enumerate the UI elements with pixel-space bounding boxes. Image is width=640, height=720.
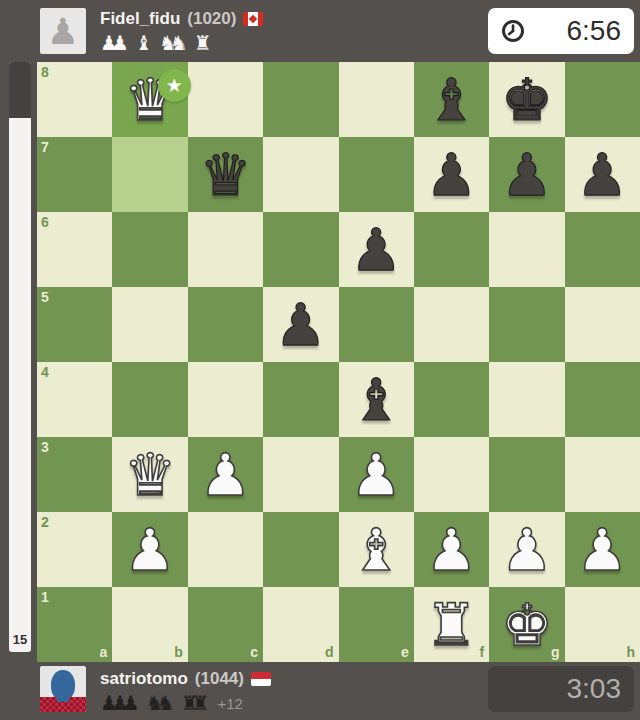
evaluation-score: 15 — [9, 632, 31, 647]
captured-piece-group: ♞♞ — [146, 693, 175, 713]
square-b6[interactable] — [112, 212, 187, 287]
avatar-neck — [57, 692, 69, 702]
square-h6[interactable] — [565, 212, 640, 287]
square-h5[interactable] — [565, 287, 640, 362]
square-b4[interactable] — [112, 362, 187, 437]
captured-piece-group: ♜♜ — [181, 693, 210, 713]
square-g5[interactable] — [489, 287, 564, 362]
file-label-h: h — [626, 645, 635, 659]
piece-black-K-g8[interactable]: ♚ — [489, 62, 564, 137]
square-f7[interactable]: ♟ — [414, 137, 489, 212]
top-player-rating: (1020) — [187, 9, 236, 29]
square-e1[interactable]: e — [339, 587, 414, 662]
best-move-star-badge: ★ — [158, 69, 191, 102]
square-e3[interactable]: ♟ — [339, 437, 414, 512]
pawn-avatar-icon: ♟ — [40, 8, 86, 54]
bottom-player-info[interactable]: satriotomo (1044) ♟♟♟♞♞♜♜+12 — [100, 668, 271, 714]
canada-flag-icon — [243, 12, 263, 26]
top-player-info[interactable]: Fidel_fidu (1020) ♟♟♝♞♞♜ — [100, 8, 263, 54]
evaluation-black-portion — [9, 62, 31, 118]
rank-label-2: 2 — [41, 515, 49, 529]
piece-white-P-b2[interactable]: ♟ — [112, 512, 187, 587]
captured-piece-group: ♜ — [194, 33, 212, 53]
piece-black-P-e6[interactable]: ♟ — [339, 212, 414, 287]
indonesia-flag-icon — [251, 672, 271, 686]
square-a4[interactable]: 4 — [37, 362, 112, 437]
bottom-player-name: satriotomo — [100, 669, 188, 689]
square-e5[interactable] — [339, 287, 414, 362]
material-advantage: +12 — [218, 695, 243, 712]
square-e4[interactable]: ♝ — [339, 362, 414, 437]
square-a8[interactable]: 8 — [37, 62, 112, 137]
piece-black-P-d5[interactable]: ♟ — [263, 287, 338, 362]
square-c2[interactable] — [188, 512, 263, 587]
square-f8[interactable]: ♝ — [414, 62, 489, 137]
square-g1[interactable]: g♚ — [489, 587, 564, 662]
file-label-a: a — [100, 645, 108, 659]
square-c1[interactable]: c — [188, 587, 263, 662]
square-g7[interactable]: ♟ — [489, 137, 564, 212]
piece-white-P-f2[interactable]: ♟ — [414, 512, 489, 587]
captured-piece-group: ♝ — [135, 33, 153, 53]
top-player-clock: 6:56 — [488, 8, 634, 54]
piece-black-Q-c7[interactable]: ♛ — [188, 137, 263, 212]
top-captured-pieces: ♟♟♝♞♞♜ — [100, 32, 263, 54]
square-e7[interactable] — [339, 137, 414, 212]
square-g8[interactable]: ♚ — [489, 62, 564, 137]
square-c5[interactable] — [188, 287, 263, 362]
square-e8[interactable] — [339, 62, 414, 137]
file-label-d: d — [325, 645, 334, 659]
square-f3[interactable] — [414, 437, 489, 512]
evaluation-bar: 15 — [9, 62, 31, 652]
rank-label-8: 8 — [41, 65, 49, 79]
square-c4[interactable] — [188, 362, 263, 437]
bottom-captured-pieces: ♟♟♟♞♞♜♜+12 — [100, 692, 271, 714]
square-h2[interactable]: ♟ — [565, 512, 640, 587]
square-h3[interactable] — [565, 437, 640, 512]
clock-icon — [501, 19, 525, 43]
top-player-name: Fidel_fidu — [100, 9, 180, 29]
rank-label-3: 3 — [41, 440, 49, 454]
rank-label-4: 4 — [41, 365, 49, 379]
piece-white-Q-b3[interactable]: ♛ — [112, 437, 187, 512]
square-d1[interactable]: d — [263, 587, 338, 662]
square-b8[interactable]: ♛★ — [112, 62, 187, 137]
rank-label-5: 5 — [41, 290, 49, 304]
square-f5[interactable] — [414, 287, 489, 362]
square-h7[interactable]: ♟ — [565, 137, 640, 212]
bottom-player-bar: satriotomo (1044) ♟♟♟♞♞♜♜+12 3:03 — [0, 662, 640, 720]
chess-board[interactable]: 8♛★♝♚7♛♟♟♟6♟5♟4♝3♛♟♟2♟♝♟♟♟1abcdef♜g♚h — [37, 62, 640, 662]
square-a2[interactable]: 2 — [37, 512, 112, 587]
square-g2[interactable]: ♟ — [489, 512, 564, 587]
square-e2[interactable]: ♝ — [339, 512, 414, 587]
piece-black-P-h7[interactable]: ♟ — [565, 137, 640, 212]
square-a3[interactable]: 3 — [37, 437, 112, 512]
star-icon: ★ — [166, 76, 183, 95]
top-player-avatar[interactable]: ♟ — [40, 8, 86, 54]
rank-label-6: 6 — [41, 215, 49, 229]
bottom-player-rating: (1044) — [195, 669, 244, 689]
square-b5[interactable] — [112, 287, 187, 362]
square-e6[interactable]: ♟ — [339, 212, 414, 287]
square-b7[interactable] — [112, 137, 187, 212]
square-g3[interactable] — [489, 437, 564, 512]
square-f2[interactable]: ♟ — [414, 512, 489, 587]
rank-label-1: 1 — [41, 590, 49, 604]
square-a7[interactable]: 7 — [37, 137, 112, 212]
piece-white-R-f1[interactable]: ♜ — [414, 587, 489, 662]
square-d7[interactable] — [263, 137, 338, 212]
square-h8[interactable] — [565, 62, 640, 137]
top-player-bar: ♟ Fidel_fidu (1020) ♟♟♝♞♞♜ 6:56 — [0, 0, 640, 62]
square-h1[interactable]: h — [565, 587, 640, 662]
square-b1[interactable]: b — [112, 587, 187, 662]
rank-label-7: 7 — [41, 140, 49, 154]
square-a5[interactable]: 5 — [37, 287, 112, 362]
square-f6[interactable] — [414, 212, 489, 287]
square-d3[interactable] — [263, 437, 338, 512]
file-label-e: e — [401, 645, 409, 659]
file-label-b: b — [174, 645, 183, 659]
square-c3[interactable]: ♟ — [188, 437, 263, 512]
square-f4[interactable] — [414, 362, 489, 437]
file-label-c: c — [250, 645, 258, 659]
square-d6[interactable] — [263, 212, 338, 287]
piece-white-P-g2[interactable]: ♟ — [489, 512, 564, 587]
captured-piece-group: ♟♟♟ — [100, 693, 140, 713]
square-c6[interactable] — [188, 212, 263, 287]
square-b3[interactable]: ♛ — [112, 437, 187, 512]
piece-black-B-e4[interactable]: ♝ — [339, 362, 414, 437]
square-g6[interactable] — [489, 212, 564, 287]
square-a1[interactable]: 1a — [37, 587, 112, 662]
square-a6[interactable]: 6 — [37, 212, 112, 287]
piece-black-P-f7[interactable]: ♟ — [414, 137, 489, 212]
square-c8[interactable] — [188, 62, 263, 137]
piece-white-P-h2[interactable]: ♟ — [565, 512, 640, 587]
square-f1[interactable]: f♜ — [414, 587, 489, 662]
square-h4[interactable] — [565, 362, 640, 437]
captured-piece-group: ♟♟ — [100, 33, 129, 53]
bottom-clock-time: 3:03 — [501, 673, 621, 705]
captured-piece-group: ♞♞ — [159, 33, 188, 53]
piece-white-P-e3[interactable]: ♟ — [339, 437, 414, 512]
square-c7[interactable]: ♛ — [188, 137, 263, 212]
piece-black-B-f8[interactable]: ♝ — [414, 62, 489, 137]
square-d4[interactable] — [263, 362, 338, 437]
bottom-player-clock: 3:03 — [488, 666, 634, 712]
bottom-player-avatar[interactable] — [40, 666, 86, 712]
square-d8[interactable] — [263, 62, 338, 137]
piece-white-B-e2[interactable]: ♝ — [339, 512, 414, 587]
square-b2[interactable]: ♟ — [112, 512, 187, 587]
piece-white-K-g1[interactable]: ♚ — [489, 587, 564, 662]
piece-black-P-g7[interactable]: ♟ — [489, 137, 564, 212]
square-d2[interactable] — [263, 512, 338, 587]
square-g4[interactable] — [489, 362, 564, 437]
piece-white-P-c3[interactable]: ♟ — [188, 437, 263, 512]
top-clock-time: 6:56 — [525, 15, 621, 47]
square-d5[interactable]: ♟ — [263, 287, 338, 362]
